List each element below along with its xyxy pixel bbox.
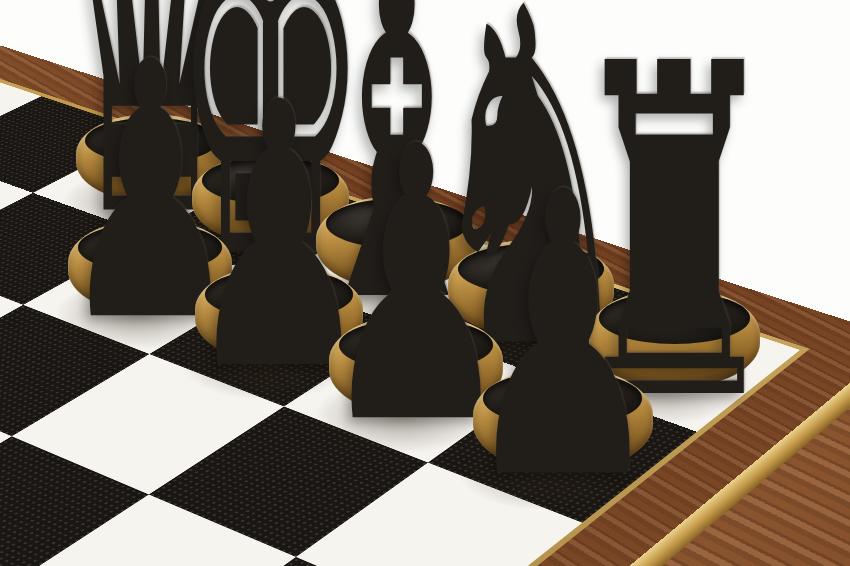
pieces-layer: ♛♚♝♞♜♟♟♟♟ xyxy=(0,0,850,566)
chess-photo-stage: ♛♚♝♞♜♟♟♟♟ xyxy=(0,0,850,566)
pawn-glyph: ♟ xyxy=(313,143,813,533)
